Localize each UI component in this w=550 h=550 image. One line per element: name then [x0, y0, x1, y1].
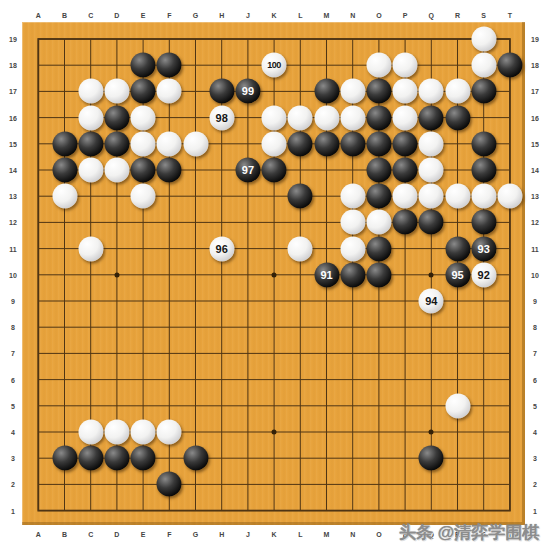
col-label-top-A: A [36, 12, 41, 19]
stone-black-B15[interactable] [52, 131, 77, 156]
row-label-right-12: 12 [531, 219, 539, 226]
stone-white-N17[interactable] [340, 79, 365, 104]
star-point-D10 [114, 272, 119, 277]
stone-white-P18[interactable] [393, 53, 418, 78]
stone-black-G3[interactable] [183, 446, 208, 471]
col-label-top-L: L [298, 12, 302, 19]
stone-white-E4[interactable] [131, 420, 156, 445]
stone-black-C15[interactable] [78, 131, 103, 156]
stone-black-D15[interactable] [104, 131, 129, 156]
row-label-left-10: 10 [9, 271, 17, 278]
row-label-left-15: 15 [9, 140, 17, 147]
stone-white-T13[interactable] [497, 184, 522, 209]
stone-white-R5[interactable] [445, 393, 470, 418]
move-number-91: 91 [320, 269, 332, 280]
stone-white-Q9[interactable]: 94 [419, 289, 444, 314]
stone-black-O10[interactable] [366, 262, 391, 287]
col-label-bottom-O: O [376, 531, 381, 538]
row-label-right-18: 18 [531, 62, 539, 69]
stone-white-B13[interactable] [52, 184, 77, 209]
stone-black-N10[interactable] [340, 262, 365, 287]
stone-black-P15[interactable] [393, 131, 418, 156]
col-label-top-P: P [403, 12, 408, 19]
stone-black-R16[interactable] [445, 105, 470, 130]
move-number-92: 92 [478, 269, 490, 280]
move-number-99: 99 [242, 86, 254, 97]
stone-black-O11[interactable] [366, 236, 391, 261]
move-number-97: 97 [242, 165, 254, 176]
stone-black-Q16[interactable] [419, 105, 444, 130]
stone-black-B14[interactable] [52, 158, 77, 183]
col-label-top-C: C [88, 12, 93, 19]
stone-white-C14[interactable] [78, 158, 103, 183]
watermark-text: 头条 @清弈学围棋 [399, 521, 539, 544]
row-label-left-4: 4 [11, 429, 15, 436]
row-label-left-9: 9 [11, 298, 15, 305]
row-label-left-8: 8 [11, 324, 15, 331]
row-label-right-9: 9 [533, 298, 537, 305]
stone-white-Q14[interactable] [419, 158, 444, 183]
stone-white-O12[interactable] [366, 210, 391, 235]
col-label-bottom-G: G [193, 531, 198, 538]
stone-white-N11[interactable] [340, 236, 365, 261]
stone-white-H11[interactable]: 96 [209, 236, 234, 261]
stone-white-N13[interactable] [340, 184, 365, 209]
row-label-right-16: 16 [531, 114, 539, 121]
stone-black-K14[interactable] [262, 158, 287, 183]
stone-black-O14[interactable] [366, 158, 391, 183]
go-board-diagram: 999793919510098969294 AABBCCDDEEFFGGHHJJ… [0, 0, 550, 550]
col-label-bottom-H: H [219, 531, 224, 538]
stone-white-S19[interactable] [471, 27, 496, 52]
stone-white-S10[interactable]: 92 [471, 262, 496, 287]
row-label-right-10: 10 [531, 271, 539, 278]
stone-black-N15[interactable] [340, 131, 365, 156]
stone-white-N16[interactable] [340, 105, 365, 130]
row-label-right-17: 17 [531, 88, 539, 95]
move-number-96: 96 [216, 243, 228, 254]
stone-white-C16[interactable] [78, 105, 103, 130]
stone-white-L11[interactable] [288, 236, 313, 261]
row-label-right-15: 15 [531, 140, 539, 147]
col-label-bottom-A: A [36, 531, 41, 538]
stone-white-D14[interactable] [104, 158, 129, 183]
row-label-left-6: 6 [11, 376, 15, 383]
col-label-top-J: J [246, 12, 250, 19]
row-label-right-11: 11 [531, 245, 538, 252]
row-label-left-18: 18 [9, 62, 17, 69]
row-label-left-16: 16 [9, 114, 17, 121]
col-label-bottom-K: K [272, 531, 277, 538]
star-point-Q10 [429, 272, 434, 277]
stone-white-P16[interactable] [393, 105, 418, 130]
col-label-bottom-E: E [141, 531, 146, 538]
stone-white-G15[interactable] [183, 131, 208, 156]
stone-black-L13[interactable] [288, 184, 313, 209]
stone-black-S17[interactable] [471, 79, 496, 104]
stone-white-E13[interactable] [131, 184, 156, 209]
row-label-left-19: 19 [9, 36, 17, 43]
col-label-top-H: H [219, 12, 224, 19]
row-label-left-14: 14 [9, 167, 17, 174]
stone-white-D17[interactable] [104, 79, 129, 104]
col-label-top-M: M [324, 12, 330, 19]
star-point-K4 [272, 430, 277, 435]
stone-white-K18[interactable]: 100 [262, 53, 287, 78]
move-number-100: 100 [267, 61, 281, 70]
stone-black-M10[interactable]: 91 [314, 262, 339, 287]
stone-white-S13[interactable] [471, 184, 496, 209]
stone-white-F15[interactable] [157, 131, 182, 156]
row-label-left-12: 12 [9, 219, 17, 226]
col-label-top-B: B [62, 12, 67, 19]
col-label-top-K: K [272, 12, 277, 19]
stone-white-C4[interactable] [78, 420, 103, 445]
stone-black-J14[interactable]: 97 [235, 158, 260, 183]
col-label-bottom-N: N [350, 531, 355, 538]
stone-white-S18[interactable] [471, 53, 496, 78]
row-label-right-8: 8 [533, 324, 537, 331]
star-point-K10 [272, 272, 277, 277]
stone-white-R13[interactable] [445, 184, 470, 209]
move-number-93: 93 [478, 243, 490, 254]
row-label-right-7: 7 [533, 350, 537, 357]
row-label-left-5: 5 [11, 402, 15, 409]
stone-white-E16[interactable] [131, 105, 156, 130]
row-label-right-1: 1 [533, 507, 537, 514]
stone-black-Q12[interactable] [419, 210, 444, 235]
stone-black-M15[interactable] [314, 131, 339, 156]
col-label-top-F: F [167, 12, 171, 19]
stone-white-K16[interactable] [262, 105, 287, 130]
col-label-top-T: T [508, 12, 512, 19]
col-label-top-E: E [141, 12, 146, 19]
stone-white-F4[interactable] [157, 420, 182, 445]
stone-black-O16[interactable] [366, 105, 391, 130]
row-label-left-2: 2 [11, 481, 15, 488]
stone-black-F14[interactable] [157, 158, 182, 183]
row-label-right-2: 2 [533, 481, 537, 488]
stone-black-O13[interactable] [366, 184, 391, 209]
stone-white-Q13[interactable] [419, 184, 444, 209]
stone-white-L16[interactable] [288, 105, 313, 130]
stone-black-O17[interactable] [366, 79, 391, 104]
stone-black-L15[interactable] [288, 131, 313, 156]
stone-black-D16[interactable] [104, 105, 129, 130]
stone-black-S15[interactable] [471, 131, 496, 156]
stone-black-C3[interactable] [78, 446, 103, 471]
stone-white-K15[interactable] [262, 131, 287, 156]
stone-white-Q17[interactable] [419, 79, 444, 104]
col-label-bottom-F: F [167, 531, 171, 538]
col-label-bottom-C: C [88, 531, 93, 538]
move-number-95: 95 [451, 269, 463, 280]
col-label-top-G: G [193, 12, 198, 19]
go-board[interactable]: 999793919510098969294 [22, 22, 525, 525]
row-label-right-3: 3 [533, 455, 537, 462]
stone-black-H17[interactable] [209, 79, 234, 104]
row-label-right-14: 14 [531, 167, 539, 174]
col-label-bottom-B: B [62, 531, 67, 538]
star-point-Q4 [429, 430, 434, 435]
stone-black-E3[interactable] [131, 446, 156, 471]
stone-white-O18[interactable] [366, 53, 391, 78]
stone-black-S14[interactable] [471, 158, 496, 183]
stone-white-F17[interactable] [157, 79, 182, 104]
stone-white-P13[interactable] [393, 184, 418, 209]
stone-white-C17[interactable] [78, 79, 103, 104]
stone-black-E17[interactable] [131, 79, 156, 104]
stone-white-E15[interactable] [131, 131, 156, 156]
stone-white-Q15[interactable] [419, 131, 444, 156]
row-label-left-17: 17 [9, 88, 17, 95]
stone-black-M17[interactable] [314, 79, 339, 104]
row-label-right-5: 5 [533, 402, 537, 409]
row-label-right-13: 13 [531, 193, 539, 200]
move-number-98: 98 [216, 112, 228, 123]
stone-black-R11[interactable] [445, 236, 470, 261]
stone-black-P14[interactable] [393, 158, 418, 183]
col-label-top-Q: Q [429, 12, 434, 19]
stone-white-N12[interactable] [340, 210, 365, 235]
col-label-top-N: N [350, 12, 355, 19]
row-label-right-4: 4 [533, 429, 537, 436]
row-label-left-13: 13 [9, 193, 17, 200]
stone-black-J17[interactable]: 99 [235, 79, 260, 104]
stone-black-E18[interactable] [131, 53, 156, 78]
stone-black-F18[interactable] [157, 53, 182, 78]
row-label-left-3: 3 [11, 455, 15, 462]
col-label-bottom-M: M [324, 531, 330, 538]
move-number-94: 94 [425, 296, 437, 307]
row-label-right-6: 6 [533, 376, 537, 383]
stone-black-S11[interactable]: 93 [471, 236, 496, 261]
col-label-top-O: O [376, 12, 381, 19]
stone-white-R17[interactable] [445, 79, 470, 104]
col-label-top-S: S [481, 12, 486, 19]
stone-black-R10[interactable]: 95 [445, 262, 470, 287]
row-label-right-19: 19 [531, 36, 539, 43]
stone-black-E14[interactable] [131, 158, 156, 183]
col-label-bottom-D: D [114, 531, 119, 538]
col-label-bottom-J: J [246, 531, 250, 538]
stone-black-O15[interactable] [366, 131, 391, 156]
stone-white-P17[interactable] [393, 79, 418, 104]
col-label-bottom-L: L [298, 531, 302, 538]
stone-black-B3[interactable] [52, 446, 77, 471]
stone-black-T18[interactable] [497, 53, 522, 78]
stone-black-F2[interactable] [157, 472, 182, 497]
row-label-left-11: 11 [9, 245, 16, 252]
col-label-top-D: D [114, 12, 119, 19]
stone-black-P12[interactable] [393, 210, 418, 235]
stone-black-D3[interactable] [104, 446, 129, 471]
stone-white-C11[interactable] [78, 236, 103, 261]
stone-white-D4[interactable] [104, 420, 129, 445]
stone-black-Q3[interactable] [419, 446, 444, 471]
row-label-left-1: 1 [11, 507, 15, 514]
stone-white-M16[interactable] [314, 105, 339, 130]
stone-black-S12[interactable] [471, 210, 496, 235]
col-label-top-R: R [455, 12, 460, 19]
stone-white-H16[interactable]: 98 [209, 105, 234, 130]
row-label-left-7: 7 [11, 350, 15, 357]
